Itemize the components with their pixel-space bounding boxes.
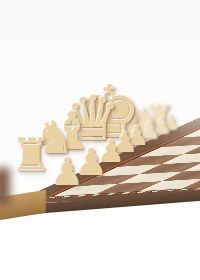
chess-set-photo: ♜ ♞ ♝ ♛ ♚ ♝ ♞ ♜ ♟ ♟ ♟ ♟ ♟ ♟ ♟ ♟	[0, 0, 200, 280]
blurred-foreground-frame	[0, 168, 10, 206]
white-rook-a1[interactable]: ♜	[10, 132, 51, 178]
white-pawn-a2[interactable]: ♟	[50, 153, 84, 191]
